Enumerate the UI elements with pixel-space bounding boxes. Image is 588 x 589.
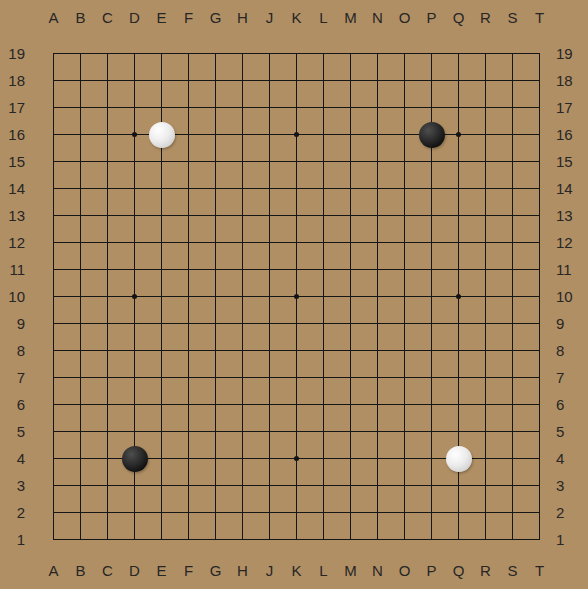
- intersection-R2[interactable]: [472, 499, 499, 526]
- intersection-O7[interactable]: [391, 364, 418, 391]
- intersection-P18[interactable]: [418, 67, 445, 94]
- intersection-Q1[interactable]: [445, 526, 472, 553]
- intersection-P16[interactable]: [418, 121, 445, 148]
- intersection-P19[interactable]: [418, 40, 445, 67]
- intersection-A15[interactable]: [40, 148, 67, 175]
- intersection-K12[interactable]: [283, 229, 310, 256]
- intersection-P8[interactable]: [418, 337, 445, 364]
- intersection-O12[interactable]: [391, 229, 418, 256]
- intersection-N14[interactable]: [364, 175, 391, 202]
- intersection-O14[interactable]: [391, 175, 418, 202]
- intersection-K19[interactable]: [283, 40, 310, 67]
- intersection-H19[interactable]: [229, 40, 256, 67]
- intersection-Q17[interactable]: [445, 94, 472, 121]
- intersection-R7[interactable]: [472, 364, 499, 391]
- intersection-E13[interactable]: [148, 202, 175, 229]
- intersection-A10[interactable]: [40, 283, 67, 310]
- intersection-R3[interactable]: [472, 472, 499, 499]
- intersection-P7[interactable]: [418, 364, 445, 391]
- intersection-R14[interactable]: [472, 175, 499, 202]
- intersection-E4[interactable]: [148, 445, 175, 472]
- intersection-K7[interactable]: [283, 364, 310, 391]
- intersection-E2[interactable]: [148, 499, 175, 526]
- intersection-H4[interactable]: [229, 445, 256, 472]
- intersection-G16[interactable]: [202, 121, 229, 148]
- intersection-A12[interactable]: [40, 229, 67, 256]
- intersection-L10[interactable]: [310, 283, 337, 310]
- intersection-D10[interactable]: [121, 283, 148, 310]
- intersection-F19[interactable]: [175, 40, 202, 67]
- intersection-F3[interactable]: [175, 472, 202, 499]
- intersection-S4[interactable]: [499, 445, 526, 472]
- intersection-L9[interactable]: [310, 310, 337, 337]
- intersection-P6[interactable]: [418, 391, 445, 418]
- intersection-O5[interactable]: [391, 418, 418, 445]
- intersection-S15[interactable]: [499, 148, 526, 175]
- intersection-Q8[interactable]: [445, 337, 472, 364]
- intersection-K13[interactable]: [283, 202, 310, 229]
- intersection-J19[interactable]: [256, 40, 283, 67]
- intersection-T16[interactable]: [526, 121, 553, 148]
- intersection-E9[interactable]: [148, 310, 175, 337]
- intersection-B13[interactable]: [67, 202, 94, 229]
- intersection-M14[interactable]: [337, 175, 364, 202]
- intersection-Q5[interactable]: [445, 418, 472, 445]
- intersection-F8[interactable]: [175, 337, 202, 364]
- intersection-S7[interactable]: [499, 364, 526, 391]
- intersection-M4[interactable]: [337, 445, 364, 472]
- intersection-R10[interactable]: [472, 283, 499, 310]
- intersection-T6[interactable]: [526, 391, 553, 418]
- intersection-J16[interactable]: [256, 121, 283, 148]
- intersection-Q13[interactable]: [445, 202, 472, 229]
- intersection-G6[interactable]: [202, 391, 229, 418]
- intersection-H17[interactable]: [229, 94, 256, 121]
- intersection-M11[interactable]: [337, 256, 364, 283]
- intersection-L2[interactable]: [310, 499, 337, 526]
- intersection-A3[interactable]: [40, 472, 67, 499]
- intersection-A6[interactable]: [40, 391, 67, 418]
- intersection-E15[interactable]: [148, 148, 175, 175]
- intersection-E6[interactable]: [148, 391, 175, 418]
- intersection-O10[interactable]: [391, 283, 418, 310]
- intersection-D12[interactable]: [121, 229, 148, 256]
- intersection-A5[interactable]: [40, 418, 67, 445]
- intersection-N4[interactable]: [364, 445, 391, 472]
- intersection-D15[interactable]: [121, 148, 148, 175]
- intersection-C16[interactable]: [94, 121, 121, 148]
- intersection-N13[interactable]: [364, 202, 391, 229]
- intersection-M3[interactable]: [337, 472, 364, 499]
- intersection-J1[interactable]: [256, 526, 283, 553]
- intersection-L19[interactable]: [310, 40, 337, 67]
- intersection-P12[interactable]: [418, 229, 445, 256]
- intersection-K9[interactable]: [283, 310, 310, 337]
- intersection-O18[interactable]: [391, 67, 418, 94]
- intersection-R12[interactable]: [472, 229, 499, 256]
- intersection-M12[interactable]: [337, 229, 364, 256]
- intersection-R15[interactable]: [472, 148, 499, 175]
- intersection-G18[interactable]: [202, 67, 229, 94]
- intersection-T17[interactable]: [526, 94, 553, 121]
- intersection-J5[interactable]: [256, 418, 283, 445]
- intersection-Q9[interactable]: [445, 310, 472, 337]
- intersection-F6[interactable]: [175, 391, 202, 418]
- intersection-G2[interactable]: [202, 499, 229, 526]
- intersection-B8[interactable]: [67, 337, 94, 364]
- intersection-N6[interactable]: [364, 391, 391, 418]
- intersection-R11[interactable]: [472, 256, 499, 283]
- intersection-J4[interactable]: [256, 445, 283, 472]
- intersection-J2[interactable]: [256, 499, 283, 526]
- intersection-N11[interactable]: [364, 256, 391, 283]
- intersection-K3[interactable]: [283, 472, 310, 499]
- intersection-L18[interactable]: [310, 67, 337, 94]
- intersection-E8[interactable]: [148, 337, 175, 364]
- intersection-H13[interactable]: [229, 202, 256, 229]
- intersection-B3[interactable]: [67, 472, 94, 499]
- intersection-Q4[interactable]: [445, 445, 472, 472]
- intersection-F1[interactable]: [175, 526, 202, 553]
- intersection-S6[interactable]: [499, 391, 526, 418]
- intersection-C1[interactable]: [94, 526, 121, 553]
- intersection-M15[interactable]: [337, 148, 364, 175]
- intersection-N9[interactable]: [364, 310, 391, 337]
- intersection-T9[interactable]: [526, 310, 553, 337]
- intersection-B9[interactable]: [67, 310, 94, 337]
- intersection-B18[interactable]: [67, 67, 94, 94]
- intersection-D5[interactable]: [121, 418, 148, 445]
- intersection-G7[interactable]: [202, 364, 229, 391]
- intersection-D4[interactable]: [121, 445, 148, 472]
- intersection-A8[interactable]: [40, 337, 67, 364]
- intersection-R19[interactable]: [472, 40, 499, 67]
- intersection-H8[interactable]: [229, 337, 256, 364]
- intersection-A9[interactable]: [40, 310, 67, 337]
- intersection-H15[interactable]: [229, 148, 256, 175]
- intersection-J12[interactable]: [256, 229, 283, 256]
- intersection-C4[interactable]: [94, 445, 121, 472]
- intersection-J18[interactable]: [256, 67, 283, 94]
- intersection-C9[interactable]: [94, 310, 121, 337]
- intersection-A13[interactable]: [40, 202, 67, 229]
- intersection-E11[interactable]: [148, 256, 175, 283]
- intersection-D9[interactable]: [121, 310, 148, 337]
- intersection-F14[interactable]: [175, 175, 202, 202]
- intersection-L11[interactable]: [310, 256, 337, 283]
- intersection-O3[interactable]: [391, 472, 418, 499]
- intersection-G12[interactable]: [202, 229, 229, 256]
- intersection-P11[interactable]: [418, 256, 445, 283]
- intersection-P14[interactable]: [418, 175, 445, 202]
- intersection-R6[interactable]: [472, 391, 499, 418]
- intersection-D17[interactable]: [121, 94, 148, 121]
- intersection-T4[interactable]: [526, 445, 553, 472]
- intersection-A11[interactable]: [40, 256, 67, 283]
- intersection-J14[interactable]: [256, 175, 283, 202]
- intersection-Q10[interactable]: [445, 283, 472, 310]
- intersection-G11[interactable]: [202, 256, 229, 283]
- intersection-G14[interactable]: [202, 175, 229, 202]
- intersection-M1[interactable]: [337, 526, 364, 553]
- intersection-P10[interactable]: [418, 283, 445, 310]
- intersection-M18[interactable]: [337, 67, 364, 94]
- intersection-Q3[interactable]: [445, 472, 472, 499]
- intersection-R17[interactable]: [472, 94, 499, 121]
- intersection-S19[interactable]: [499, 40, 526, 67]
- intersection-D2[interactable]: [121, 499, 148, 526]
- intersection-N7[interactable]: [364, 364, 391, 391]
- intersection-B14[interactable]: [67, 175, 94, 202]
- intersection-K15[interactable]: [283, 148, 310, 175]
- intersection-R5[interactable]: [472, 418, 499, 445]
- intersection-S16[interactable]: [499, 121, 526, 148]
- intersection-F17[interactable]: [175, 94, 202, 121]
- intersection-M16[interactable]: [337, 121, 364, 148]
- intersection-J9[interactable]: [256, 310, 283, 337]
- intersection-S11[interactable]: [499, 256, 526, 283]
- intersection-Q12[interactable]: [445, 229, 472, 256]
- intersection-G15[interactable]: [202, 148, 229, 175]
- intersection-R16[interactable]: [472, 121, 499, 148]
- intersection-D13[interactable]: [121, 202, 148, 229]
- intersection-H6[interactable]: [229, 391, 256, 418]
- intersection-L5[interactable]: [310, 418, 337, 445]
- intersection-O6[interactable]: [391, 391, 418, 418]
- intersection-F12[interactable]: [175, 229, 202, 256]
- intersection-J6[interactable]: [256, 391, 283, 418]
- intersection-N5[interactable]: [364, 418, 391, 445]
- intersection-O9[interactable]: [391, 310, 418, 337]
- intersection-T1[interactable]: [526, 526, 553, 553]
- intersection-H16[interactable]: [229, 121, 256, 148]
- intersection-N19[interactable]: [364, 40, 391, 67]
- intersection-F13[interactable]: [175, 202, 202, 229]
- intersection-A16[interactable]: [40, 121, 67, 148]
- intersection-J17[interactable]: [256, 94, 283, 121]
- intersection-P17[interactable]: [418, 94, 445, 121]
- intersection-H1[interactable]: [229, 526, 256, 553]
- intersection-L4[interactable]: [310, 445, 337, 472]
- intersection-K17[interactable]: [283, 94, 310, 121]
- intersection-H11[interactable]: [229, 256, 256, 283]
- intersection-D3[interactable]: [121, 472, 148, 499]
- intersection-P9[interactable]: [418, 310, 445, 337]
- intersection-S18[interactable]: [499, 67, 526, 94]
- intersection-B4[interactable]: [67, 445, 94, 472]
- intersection-G8[interactable]: [202, 337, 229, 364]
- intersection-E14[interactable]: [148, 175, 175, 202]
- intersection-F4[interactable]: [175, 445, 202, 472]
- intersection-T12[interactable]: [526, 229, 553, 256]
- intersection-L3[interactable]: [310, 472, 337, 499]
- intersection-C2[interactable]: [94, 499, 121, 526]
- intersection-B15[interactable]: [67, 148, 94, 175]
- intersection-A18[interactable]: [40, 67, 67, 94]
- intersection-C13[interactable]: [94, 202, 121, 229]
- intersection-T5[interactable]: [526, 418, 553, 445]
- intersection-R4[interactable]: [472, 445, 499, 472]
- intersection-F10[interactable]: [175, 283, 202, 310]
- intersection-T14[interactable]: [526, 175, 553, 202]
- intersection-Q16[interactable]: [445, 121, 472, 148]
- intersection-S12[interactable]: [499, 229, 526, 256]
- intersection-G10[interactable]: [202, 283, 229, 310]
- intersection-D11[interactable]: [121, 256, 148, 283]
- intersection-O13[interactable]: [391, 202, 418, 229]
- intersection-G5[interactable]: [202, 418, 229, 445]
- intersection-O15[interactable]: [391, 148, 418, 175]
- intersection-S8[interactable]: [499, 337, 526, 364]
- intersection-C6[interactable]: [94, 391, 121, 418]
- intersection-E5[interactable]: [148, 418, 175, 445]
- intersection-F16[interactable]: [175, 121, 202, 148]
- intersection-R1[interactable]: [472, 526, 499, 553]
- intersection-J7[interactable]: [256, 364, 283, 391]
- intersection-S14[interactable]: [499, 175, 526, 202]
- intersection-M10[interactable]: [337, 283, 364, 310]
- intersection-F15[interactable]: [175, 148, 202, 175]
- intersection-K16[interactable]: [283, 121, 310, 148]
- intersection-S17[interactable]: [499, 94, 526, 121]
- intersection-M7[interactable]: [337, 364, 364, 391]
- intersection-K18[interactable]: [283, 67, 310, 94]
- intersection-M9[interactable]: [337, 310, 364, 337]
- intersection-C12[interactable]: [94, 229, 121, 256]
- intersection-K10[interactable]: [283, 283, 310, 310]
- intersection-Q6[interactable]: [445, 391, 472, 418]
- intersection-G9[interactable]: [202, 310, 229, 337]
- intersection-S9[interactable]: [499, 310, 526, 337]
- intersection-D7[interactable]: [121, 364, 148, 391]
- intersection-P13[interactable]: [418, 202, 445, 229]
- intersection-N3[interactable]: [364, 472, 391, 499]
- intersection-A4[interactable]: [40, 445, 67, 472]
- intersection-O17[interactable]: [391, 94, 418, 121]
- intersection-A17[interactable]: [40, 94, 67, 121]
- intersection-B19[interactable]: [67, 40, 94, 67]
- intersection-D18[interactable]: [121, 67, 148, 94]
- intersection-C3[interactable]: [94, 472, 121, 499]
- intersection-N15[interactable]: [364, 148, 391, 175]
- intersection-C8[interactable]: [94, 337, 121, 364]
- intersection-E17[interactable]: [148, 94, 175, 121]
- intersection-B11[interactable]: [67, 256, 94, 283]
- intersection-M8[interactable]: [337, 337, 364, 364]
- intersection-T18[interactable]: [526, 67, 553, 94]
- intersection-D16[interactable]: [121, 121, 148, 148]
- intersection-R13[interactable]: [472, 202, 499, 229]
- intersection-L14[interactable]: [310, 175, 337, 202]
- intersection-N12[interactable]: [364, 229, 391, 256]
- intersection-D14[interactable]: [121, 175, 148, 202]
- intersection-C11[interactable]: [94, 256, 121, 283]
- intersection-R18[interactable]: [472, 67, 499, 94]
- intersection-M5[interactable]: [337, 418, 364, 445]
- intersection-F7[interactable]: [175, 364, 202, 391]
- intersection-Q2[interactable]: [445, 499, 472, 526]
- intersection-H9[interactable]: [229, 310, 256, 337]
- intersection-O19[interactable]: [391, 40, 418, 67]
- intersection-M2[interactable]: [337, 499, 364, 526]
- intersection-B5[interactable]: [67, 418, 94, 445]
- intersection-F18[interactable]: [175, 67, 202, 94]
- intersection-S1[interactable]: [499, 526, 526, 553]
- intersection-Q14[interactable]: [445, 175, 472, 202]
- intersection-T19[interactable]: [526, 40, 553, 67]
- intersection-N16[interactable]: [364, 121, 391, 148]
- intersection-S2[interactable]: [499, 499, 526, 526]
- intersection-C5[interactable]: [94, 418, 121, 445]
- intersection-P4[interactable]: [418, 445, 445, 472]
- intersection-B17[interactable]: [67, 94, 94, 121]
- intersection-O1[interactable]: [391, 526, 418, 553]
- intersection-L8[interactable]: [310, 337, 337, 364]
- intersection-L12[interactable]: [310, 229, 337, 256]
- intersection-S13[interactable]: [499, 202, 526, 229]
- intersection-C15[interactable]: [94, 148, 121, 175]
- intersection-P1[interactable]: [418, 526, 445, 553]
- intersection-C10[interactable]: [94, 283, 121, 310]
- intersection-E7[interactable]: [148, 364, 175, 391]
- intersection-R8[interactable]: [472, 337, 499, 364]
- intersection-T15[interactable]: [526, 148, 553, 175]
- intersection-C14[interactable]: [94, 175, 121, 202]
- intersection-F2[interactable]: [175, 499, 202, 526]
- intersection-S5[interactable]: [499, 418, 526, 445]
- intersection-K6[interactable]: [283, 391, 310, 418]
- intersection-O2[interactable]: [391, 499, 418, 526]
- intersection-Q7[interactable]: [445, 364, 472, 391]
- intersection-C7[interactable]: [94, 364, 121, 391]
- intersection-A19[interactable]: [40, 40, 67, 67]
- intersection-E10[interactable]: [148, 283, 175, 310]
- intersection-E18[interactable]: [148, 67, 175, 94]
- intersection-T7[interactable]: [526, 364, 553, 391]
- intersection-L17[interactable]: [310, 94, 337, 121]
- intersection-P15[interactable]: [418, 148, 445, 175]
- intersection-H12[interactable]: [229, 229, 256, 256]
- intersection-J10[interactable]: [256, 283, 283, 310]
- intersection-T11[interactable]: [526, 256, 553, 283]
- intersection-O4[interactable]: [391, 445, 418, 472]
- intersection-Q19[interactable]: [445, 40, 472, 67]
- intersection-H10[interactable]: [229, 283, 256, 310]
- intersection-B12[interactable]: [67, 229, 94, 256]
- intersection-K8[interactable]: [283, 337, 310, 364]
- intersection-O16[interactable]: [391, 121, 418, 148]
- intersection-C19[interactable]: [94, 40, 121, 67]
- intersection-M6[interactable]: [337, 391, 364, 418]
- intersection-T2[interactable]: [526, 499, 553, 526]
- intersection-M17[interactable]: [337, 94, 364, 121]
- intersection-K2[interactable]: [283, 499, 310, 526]
- intersection-H2[interactable]: [229, 499, 256, 526]
- intersection-N18[interactable]: [364, 67, 391, 94]
- intersection-N1[interactable]: [364, 526, 391, 553]
- intersection-T8[interactable]: [526, 337, 553, 364]
- intersection-A14[interactable]: [40, 175, 67, 202]
- intersection-J11[interactable]: [256, 256, 283, 283]
- intersection-D8[interactable]: [121, 337, 148, 364]
- intersection-Q11[interactable]: [445, 256, 472, 283]
- intersection-K4[interactable]: [283, 445, 310, 472]
- intersection-E12[interactable]: [148, 229, 175, 256]
- intersection-H5[interactable]: [229, 418, 256, 445]
- intersection-D19[interactable]: [121, 40, 148, 67]
- intersection-H18[interactable]: [229, 67, 256, 94]
- intersection-T3[interactable]: [526, 472, 553, 499]
